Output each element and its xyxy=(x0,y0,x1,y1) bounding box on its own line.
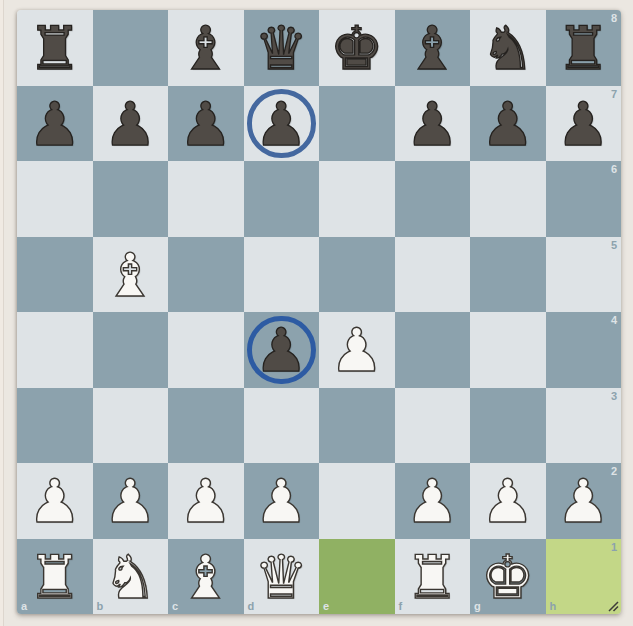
coord-rank-5: 5 xyxy=(611,239,617,251)
square-d5[interactable] xyxy=(244,237,320,313)
square-c7[interactable]: ♟ xyxy=(168,86,244,162)
square-h7[interactable]: ♟7 xyxy=(546,86,622,162)
piece-black-rook[interactable]: ♜ xyxy=(546,10,622,86)
square-h1[interactable]: h1 xyxy=(546,539,622,615)
piece-white-bishop[interactable]: ♝ xyxy=(168,539,244,615)
page-left-edge xyxy=(0,0,4,626)
square-f4[interactable] xyxy=(395,312,471,388)
coord-rank-2: 2 xyxy=(611,465,617,477)
square-f2[interactable]: ♟ xyxy=(395,463,471,539)
square-h8[interactable]: ♜8 xyxy=(546,10,622,86)
coord-file-d: d xyxy=(248,600,255,612)
piece-black-queen[interactable]: ♛ xyxy=(244,10,320,86)
piece-black-knight[interactable]: ♞ xyxy=(470,10,546,86)
square-c3[interactable] xyxy=(168,388,244,464)
piece-black-pawn[interactable]: ♟ xyxy=(17,86,93,162)
piece-black-pawn[interactable]: ♟ xyxy=(470,86,546,162)
piece-black-pawn[interactable]: ♟ xyxy=(546,86,622,162)
square-d7[interactable]: ♟ xyxy=(244,86,320,162)
coord-rank-6: 6 xyxy=(611,163,617,175)
piece-white-pawn[interactable]: ♟ xyxy=(168,463,244,539)
coord-file-b: b xyxy=(97,600,104,612)
piece-white-bishop[interactable]: ♝ xyxy=(93,237,169,313)
coord-file-e: e xyxy=(323,600,329,612)
square-h2[interactable]: ♟2 xyxy=(546,463,622,539)
square-f3[interactable] xyxy=(395,388,471,464)
piece-black-pawn[interactable]: ♟ xyxy=(395,86,471,162)
square-c2[interactable]: ♟ xyxy=(168,463,244,539)
board-resize-handle-icon[interactable] xyxy=(606,599,619,612)
square-g2[interactable]: ♟ xyxy=(470,463,546,539)
square-d8[interactable]: ♛ xyxy=(244,10,320,86)
piece-white-pawn[interactable]: ♟ xyxy=(17,463,93,539)
square-a3[interactable] xyxy=(17,388,93,464)
square-b6[interactable] xyxy=(93,161,169,237)
piece-white-rook[interactable]: ♜ xyxy=(17,539,93,615)
piece-black-rook[interactable]: ♜ xyxy=(17,10,93,86)
coord-file-h: h xyxy=(550,600,557,612)
square-d1[interactable]: ♛d xyxy=(244,539,320,615)
square-a1[interactable]: ♜a xyxy=(17,539,93,615)
square-f5[interactable] xyxy=(395,237,471,313)
piece-black-pawn[interactable]: ♟ xyxy=(244,312,320,388)
square-h3[interactable]: 3 xyxy=(546,388,622,464)
square-g4[interactable] xyxy=(470,312,546,388)
piece-black-bishop[interactable]: ♝ xyxy=(395,10,471,86)
square-a8[interactable]: ♜ xyxy=(17,10,93,86)
square-g7[interactable]: ♟ xyxy=(470,86,546,162)
square-e4[interactable]: ♟ xyxy=(319,312,395,388)
coord-rank-4: 4 xyxy=(611,314,617,326)
square-c4[interactable] xyxy=(168,312,244,388)
square-c1[interactable]: ♝c xyxy=(168,539,244,615)
square-e1[interactable]: e xyxy=(319,539,395,615)
square-b5[interactable]: ♝ xyxy=(93,237,169,313)
coord-rank-3: 3 xyxy=(611,390,617,402)
chess-board: ♜♝♛♚♝♞♜8♟♟♟♟♟♟♟76♝5♟♟43♟♟♟♟♟♟♟2♜a♞b♝c♛de… xyxy=(17,10,621,614)
square-b1[interactable]: ♞b xyxy=(93,539,169,615)
piece-white-pawn[interactable]: ♟ xyxy=(395,463,471,539)
square-a2[interactable]: ♟ xyxy=(17,463,93,539)
coord-file-c: c xyxy=(172,600,178,612)
square-e6[interactable] xyxy=(319,161,395,237)
square-f6[interactable] xyxy=(395,161,471,237)
piece-white-pawn[interactable]: ♟ xyxy=(319,312,395,388)
coord-rank-8: 8 xyxy=(611,12,617,24)
square-a5[interactable] xyxy=(17,237,93,313)
piece-black-pawn[interactable]: ♟ xyxy=(168,86,244,162)
square-c6[interactable] xyxy=(168,161,244,237)
piece-white-rook[interactable]: ♜ xyxy=(395,539,471,615)
square-f8[interactable]: ♝ xyxy=(395,10,471,86)
square-g1[interactable]: ♚g xyxy=(470,539,546,615)
square-b4[interactable] xyxy=(93,312,169,388)
square-e5[interactable] xyxy=(319,237,395,313)
square-e7[interactable] xyxy=(319,86,395,162)
square-b3[interactable] xyxy=(93,388,169,464)
square-h6[interactable]: 6 xyxy=(546,161,622,237)
piece-black-bishop[interactable]: ♝ xyxy=(168,10,244,86)
piece-white-pawn[interactable]: ♟ xyxy=(470,463,546,539)
coord-file-g: g xyxy=(474,600,481,612)
coord-file-a: a xyxy=(21,600,27,612)
square-c5[interactable] xyxy=(168,237,244,313)
coord-rank-1: 1 xyxy=(611,541,617,553)
square-g6[interactable] xyxy=(470,161,546,237)
square-b7[interactable]: ♟ xyxy=(93,86,169,162)
square-g3[interactable] xyxy=(470,388,546,464)
square-d3[interactable] xyxy=(244,388,320,464)
square-a7[interactable]: ♟ xyxy=(17,86,93,162)
square-d6[interactable] xyxy=(244,161,320,237)
square-a4[interactable] xyxy=(17,312,93,388)
square-g5[interactable] xyxy=(470,237,546,313)
piece-black-pawn[interactable]: ♟ xyxy=(244,86,320,162)
square-e8[interactable]: ♚ xyxy=(319,10,395,86)
square-e2[interactable] xyxy=(319,463,395,539)
square-c8[interactable]: ♝ xyxy=(168,10,244,86)
piece-white-pawn[interactable]: ♟ xyxy=(546,463,622,539)
square-b8[interactable] xyxy=(93,10,169,86)
piece-white-pawn[interactable]: ♟ xyxy=(93,463,169,539)
piece-black-pawn[interactable]: ♟ xyxy=(93,86,169,162)
piece-white-king[interactable]: ♚ xyxy=(470,539,546,615)
square-e3[interactable] xyxy=(319,388,395,464)
square-a6[interactable] xyxy=(17,161,93,237)
piece-white-queen[interactable]: ♛ xyxy=(244,539,320,615)
coord-rank-7: 7 xyxy=(611,88,617,100)
square-h4[interactable]: 4 xyxy=(546,312,622,388)
square-h5[interactable]: 5 xyxy=(546,237,622,313)
piece-black-king[interactable]: ♚ xyxy=(319,10,395,86)
square-b2[interactable]: ♟ xyxy=(93,463,169,539)
piece-white-knight[interactable]: ♞ xyxy=(93,539,169,615)
square-d2[interactable]: ♟ xyxy=(244,463,320,539)
piece-white-pawn[interactable]: ♟ xyxy=(244,463,320,539)
square-f7[interactable]: ♟ xyxy=(395,86,471,162)
square-g8[interactable]: ♞ xyxy=(470,10,546,86)
square-f1[interactable]: ♜f xyxy=(395,539,471,615)
coord-file-f: f xyxy=(399,600,403,612)
square-d4[interactable]: ♟ xyxy=(244,312,320,388)
